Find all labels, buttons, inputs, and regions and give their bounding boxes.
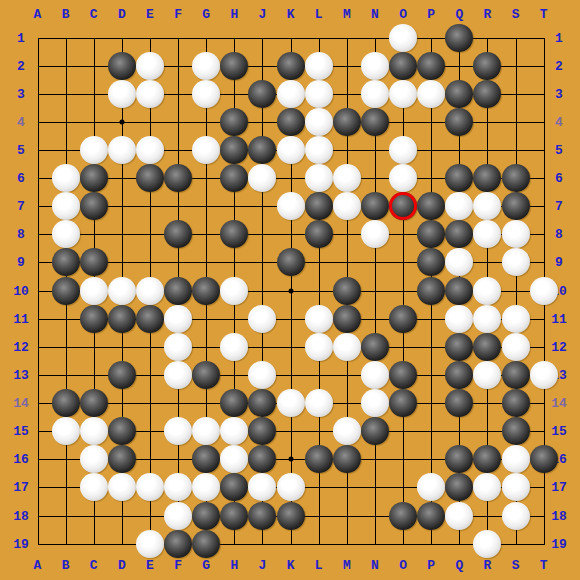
stone-white-N3[interactable] [361,80,389,108]
stone-black-D11[interactable] [108,305,136,333]
column-label-top: K [287,8,295,21]
stone-white-N8[interactable] [361,220,389,248]
stone-black-K4[interactable] [277,108,305,136]
go-board[interactable]: AABBCCDDEEFFGGHHJJKKLLMMNNOOPPQQRRSSTT11… [0,0,580,580]
column-label-top: B [62,8,70,21]
row-label-left: 9 [17,256,25,269]
stone-white-S11[interactable] [502,305,530,333]
stone-white-L2[interactable] [305,52,333,80]
stone-white-F17[interactable] [164,473,192,501]
stone-white-K3[interactable] [277,80,305,108]
stone-black-Q17[interactable] [445,473,473,501]
stone-white-B15[interactable] [52,417,80,445]
stone-black-D15[interactable] [108,417,136,445]
stone-white-E5[interactable] [136,136,164,164]
stone-black-P2[interactable] [417,52,445,80]
stone-black-C6[interactable] [80,164,108,192]
stone-white-Q18[interactable] [445,502,473,530]
row-label-left: 4 [17,115,25,128]
row-label-left: 11 [13,312,29,325]
row-label-left: 3 [17,87,25,100]
stone-black-S6[interactable] [502,164,530,192]
stone-white-S17[interactable] [502,473,530,501]
stone-black-D16[interactable] [108,445,136,473]
stone-black-F10[interactable] [164,277,192,305]
stone-black-D2[interactable] [108,52,136,80]
stone-white-F15[interactable] [164,417,192,445]
row-label-right: 18 [551,509,567,522]
stone-black-H6[interactable] [220,164,248,192]
column-label-bottom: O [399,559,407,572]
row-label-right: 6 [555,172,563,185]
column-label-bottom: Q [455,559,463,572]
row-label-left: 8 [17,228,25,241]
row-label-right: 14 [551,397,567,410]
column-label-bottom: D [118,559,126,572]
stone-white-R10[interactable] [473,277,501,305]
stone-white-H16[interactable] [220,445,248,473]
stone-white-S8[interactable] [502,220,530,248]
stone-black-N15[interactable] [361,417,389,445]
row-label-left: 18 [13,509,29,522]
stone-white-S16[interactable] [502,445,530,473]
stone-white-R11[interactable] [473,305,501,333]
column-label-top: M [343,8,351,21]
stone-black-J14[interactable] [248,389,276,417]
stone-white-J11[interactable] [248,305,276,333]
stone-white-R13[interactable] [473,361,501,389]
stone-white-D17[interactable] [108,473,136,501]
stone-black-Q8[interactable] [445,220,473,248]
row-label-left: 1 [17,31,25,44]
stone-black-K9[interactable] [277,248,305,276]
stone-black-Q16[interactable] [445,445,473,473]
row-label-right: 9 [555,256,563,269]
stone-white-C16[interactable] [80,445,108,473]
stone-white-K5[interactable] [277,136,305,164]
row-label-right: 19 [551,537,567,550]
stone-black-H5[interactable] [220,136,248,164]
stone-black-L16[interactable] [305,445,333,473]
row-label-left: 13 [13,368,29,381]
stone-white-H12[interactable] [220,333,248,361]
stone-black-M16[interactable] [333,445,361,473]
column-label-bottom: C [90,559,98,572]
stone-white-O1[interactable] [389,24,417,52]
row-label-left: 6 [17,172,25,185]
row-label-left: 19 [13,537,29,550]
column-label-bottom: H [230,559,238,572]
stone-black-Q6[interactable] [445,164,473,192]
stone-white-K14[interactable] [277,389,305,417]
column-label-top: S [512,8,520,21]
stone-black-R3[interactable] [473,80,501,108]
column-label-bottom: G [202,559,210,572]
stone-black-Q4[interactable] [445,108,473,136]
stone-black-O11[interactable] [389,305,417,333]
stone-black-M11[interactable] [333,305,361,333]
stone-white-F13[interactable] [164,361,192,389]
column-label-top: Q [455,8,463,21]
stone-white-Q9[interactable] [445,248,473,276]
stone-black-M10[interactable] [333,277,361,305]
stone-white-J17[interactable] [248,473,276,501]
row-label-right: 12 [551,340,567,353]
column-label-top: P [427,8,435,21]
stone-black-F19[interactable] [164,530,192,558]
stone-white-S18[interactable] [502,502,530,530]
row-label-left: 2 [17,59,25,72]
column-label-top: C [90,8,98,21]
stone-black-H8[interactable] [220,220,248,248]
grid-line-vertical [403,38,404,545]
stone-black-K18[interactable] [277,502,305,530]
column-label-top: H [230,8,238,21]
row-label-left: 12 [13,340,29,353]
stone-white-K17[interactable] [277,473,305,501]
row-label-right: 17 [551,481,567,494]
column-label-bottom: A [34,559,42,572]
stone-black-D13[interactable] [108,361,136,389]
stone-black-T16[interactable] [530,445,558,473]
stone-black-B10[interactable] [52,277,80,305]
stone-white-L4[interactable] [305,108,333,136]
row-label-right: 15 [551,425,567,438]
stone-white-T10[interactable] [530,277,558,305]
row-label-right: 7 [555,200,563,213]
stone-white-B7[interactable] [52,192,80,220]
stone-white-J13[interactable] [248,361,276,389]
column-label-top: L [315,8,323,21]
star-point [288,457,293,462]
stone-black-Q3[interactable] [445,80,473,108]
stone-white-R19[interactable] [473,530,501,558]
stone-white-E10[interactable] [136,277,164,305]
stone-white-F12[interactable] [164,333,192,361]
row-label-right: 1 [555,31,563,44]
stone-white-B6[interactable] [52,164,80,192]
stone-white-K7[interactable] [277,192,305,220]
stone-black-E11[interactable] [136,305,164,333]
stone-black-P10[interactable] [417,277,445,305]
stone-white-M6[interactable] [333,164,361,192]
stone-white-O5[interactable] [389,136,417,164]
stone-white-P3[interactable] [417,80,445,108]
stone-white-C10[interactable] [80,277,108,305]
column-label-top: A [34,8,42,21]
stone-white-E3[interactable] [136,80,164,108]
stone-white-O6[interactable] [389,164,417,192]
stone-white-T13[interactable] [530,361,558,389]
stone-white-L3[interactable] [305,80,333,108]
column-label-bottom: N [371,559,379,572]
stone-white-S12[interactable] [502,333,530,361]
stone-white-D5[interactable] [108,136,136,164]
stone-black-H14[interactable] [220,389,248,417]
stone-white-M12[interactable] [333,333,361,361]
stone-black-F6[interactable] [164,164,192,192]
stone-white-N13[interactable] [361,361,389,389]
stone-black-H17[interactable] [220,473,248,501]
stone-white-E19[interactable] [136,530,164,558]
stone-black-O13[interactable] [389,361,417,389]
column-label-top: G [202,8,210,21]
stone-black-H18[interactable] [220,502,248,530]
column-label-bottom: M [343,559,351,572]
stone-black-R6[interactable] [473,164,501,192]
stone-black-Q14[interactable] [445,389,473,417]
stone-white-H10[interactable] [220,277,248,305]
stone-white-E2[interactable] [136,52,164,80]
row-label-left: 17 [13,481,29,494]
stone-black-C14[interactable] [80,389,108,417]
column-label-top: N [371,8,379,21]
stone-white-J6[interactable] [248,164,276,192]
stone-white-R7[interactable] [473,192,501,220]
column-label-bottom: L [315,559,323,572]
stone-black-R16[interactable] [473,445,501,473]
stone-white-L14[interactable] [305,389,333,417]
column-label-top: T [540,8,548,21]
column-label-top: E [146,8,154,21]
stone-white-Q11[interactable] [445,305,473,333]
stone-white-G3[interactable] [192,80,220,108]
stone-black-Q10[interactable] [445,277,473,305]
stone-black-P8[interactable] [417,220,445,248]
stone-black-P9[interactable] [417,248,445,276]
stone-white-P17[interactable] [417,473,445,501]
stone-white-S9[interactable] [502,248,530,276]
stone-white-Q7[interactable] [445,192,473,220]
stone-black-J16[interactable] [248,445,276,473]
stone-white-L6[interactable] [305,164,333,192]
column-label-top: F [174,8,182,21]
stone-black-R2[interactable] [473,52,501,80]
stone-white-L5[interactable] [305,136,333,164]
row-label-right: 11 [551,312,567,325]
stone-black-G19[interactable] [192,530,220,558]
stone-white-C17[interactable] [80,473,108,501]
stone-black-B14[interactable] [52,389,80,417]
stone-white-G15[interactable] [192,417,220,445]
column-label-bottom: T [540,559,548,572]
row-label-right: 2 [555,59,563,72]
last-move-marker [389,192,417,220]
row-label-right: 5 [555,143,563,156]
stone-white-F18[interactable] [164,502,192,530]
stone-black-L7[interactable] [305,192,333,220]
column-label-bottom: K [287,559,295,572]
row-label-left: 10 [13,284,29,297]
stone-black-J18[interactable] [248,502,276,530]
stone-black-S14[interactable] [502,389,530,417]
stone-black-C7[interactable] [80,192,108,220]
stone-white-E17[interactable] [136,473,164,501]
column-label-top: J [259,8,267,21]
stone-white-N2[interactable] [361,52,389,80]
stone-black-R12[interactable] [473,333,501,361]
stone-black-O18[interactable] [389,502,417,530]
stone-black-G13[interactable] [192,361,220,389]
column-label-top: R [484,8,492,21]
stone-black-K2[interactable] [277,52,305,80]
star-point [288,288,293,293]
stone-black-G10[interactable] [192,277,220,305]
grid-line-horizontal [38,544,545,545]
stone-white-G17[interactable] [192,473,220,501]
row-label-right: 8 [555,228,563,241]
stone-white-M7[interactable] [333,192,361,220]
stone-white-G2[interactable] [192,52,220,80]
stone-black-C9[interactable] [80,248,108,276]
stone-black-L8[interactable] [305,220,333,248]
column-label-bottom: B [62,559,70,572]
stone-black-Q12[interactable] [445,333,473,361]
stone-black-S7[interactable] [502,192,530,220]
stone-black-Q1[interactable] [445,24,473,52]
stone-white-D10[interactable] [108,277,136,305]
stone-black-G18[interactable] [192,502,220,530]
stone-black-M4[interactable] [333,108,361,136]
stone-white-R8[interactable] [473,220,501,248]
stone-white-R17[interactable] [473,473,501,501]
row-label-right: 4 [555,115,563,128]
stone-white-G5[interactable] [192,136,220,164]
stone-white-F11[interactable] [164,305,192,333]
row-label-left: 7 [17,200,25,213]
column-label-top: O [399,8,407,21]
column-label-bottom: F [174,559,182,572]
stone-white-M15[interactable] [333,417,361,445]
stone-black-H2[interactable] [220,52,248,80]
stone-black-Q13[interactable] [445,361,473,389]
row-label-left: 5 [17,143,25,156]
row-label-left: 16 [13,453,29,466]
stone-black-N12[interactable] [361,333,389,361]
stone-black-J3[interactable] [248,80,276,108]
stone-black-C11[interactable] [80,305,108,333]
stone-white-B8[interactable] [52,220,80,248]
stone-black-P18[interactable] [417,502,445,530]
stone-white-N14[interactable] [361,389,389,417]
row-label-left: 15 [13,425,29,438]
stone-black-E6[interactable] [136,164,164,192]
star-point [119,119,124,124]
column-label-bottom: S [512,559,520,572]
column-label-bottom: E [146,559,154,572]
stone-black-G16[interactable] [192,445,220,473]
stone-white-L12[interactable] [305,333,333,361]
stone-white-O3[interactable] [389,80,417,108]
stone-white-L11[interactable] [305,305,333,333]
stone-black-P7[interactable] [417,192,445,220]
stone-white-H15[interactable] [220,417,248,445]
column-label-bottom: R [484,559,492,572]
stone-black-N7[interactable] [361,192,389,220]
column-label-top: D [118,8,126,21]
stone-black-H4[interactable] [220,108,248,136]
stone-white-D3[interactable] [108,80,136,108]
stone-black-B9[interactable] [52,248,80,276]
stone-black-J5[interactable] [248,136,276,164]
stone-black-N4[interactable] [361,108,389,136]
stone-white-C15[interactable] [80,417,108,445]
row-label-right: 3 [555,87,563,100]
stone-black-O2[interactable] [389,52,417,80]
column-label-bottom: P [427,559,435,572]
row-label-left: 14 [13,397,29,410]
stone-black-J15[interactable] [248,417,276,445]
column-label-bottom: J [259,559,267,572]
stone-black-F8[interactable] [164,220,192,248]
stone-black-O14[interactable] [389,389,417,417]
stone-white-C5[interactable] [80,136,108,164]
stone-black-S13[interactable] [502,361,530,389]
stone-black-S15[interactable] [502,417,530,445]
